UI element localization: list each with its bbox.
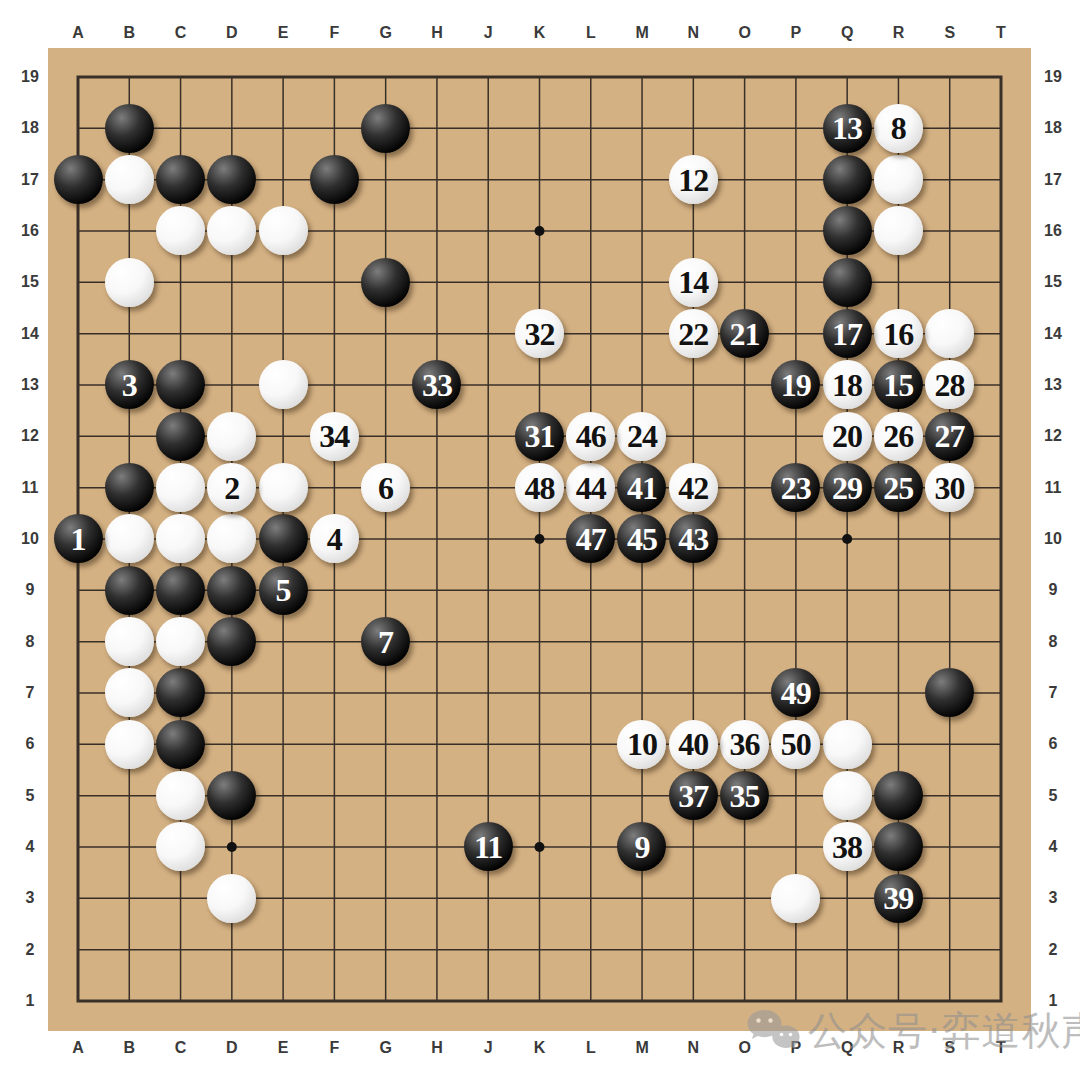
move-36-white-O6: 36	[720, 720, 769, 769]
stone-black-C12	[156, 412, 205, 461]
row-label-left-14: 14	[21, 326, 39, 342]
move-5-black-E9: 5	[259, 566, 308, 615]
cell-M11: 41	[616, 462, 667, 513]
stone-black-C7	[156, 668, 205, 717]
move-number: 13	[832, 112, 862, 144]
move-number: 24	[627, 420, 657, 452]
col-label-bottom-B: B	[123, 1040, 135, 1056]
col-label-top-H: H	[431, 25, 443, 41]
move-49-black-P7: 49	[771, 668, 820, 717]
stone-white-C16	[156, 206, 205, 255]
cell-E11	[257, 462, 308, 513]
move-40-white-N6: 40	[669, 720, 718, 769]
move-11-black-J4: 11	[464, 822, 513, 871]
row-label-right-11: 11	[1045, 480, 1062, 496]
cell-A10: 1	[52, 513, 103, 564]
stone-white-C10	[156, 514, 205, 563]
col-label-top-M: M	[635, 25, 648, 41]
cell-N6: 40	[668, 719, 719, 770]
move-number: 15	[883, 369, 913, 401]
stone-black-D9	[207, 566, 256, 615]
row-label-right-15: 15	[1044, 274, 1062, 290]
stone-white-D12	[207, 412, 256, 461]
stone-black-C17	[156, 155, 205, 204]
cell-L12: 46	[565, 411, 616, 462]
move-21-black-O14: 21	[720, 309, 769, 358]
cell-G15	[360, 257, 411, 308]
move-number: 11	[474, 831, 502, 863]
move-number: 37	[678, 780, 708, 812]
move-number: 41	[627, 472, 657, 504]
move-number: 43	[678, 523, 708, 555]
move-4-white-F10: 4	[310, 514, 359, 563]
stone-black-C13	[156, 360, 205, 409]
col-label-top-K: K	[534, 25, 546, 41]
cell-C16	[155, 205, 206, 256]
stone-white-C5	[156, 771, 205, 820]
cell-C11	[155, 462, 206, 513]
move-20-white-Q12: 20	[823, 412, 872, 461]
cell-Q17	[821, 154, 872, 205]
col-label-bottom-H: H	[431, 1040, 443, 1056]
stone-white-B6	[105, 720, 154, 769]
row-label-right-6: 6	[1049, 736, 1058, 752]
cell-R17	[873, 154, 924, 205]
move-number: 18	[832, 369, 862, 401]
move-number: 5	[276, 574, 291, 606]
col-label-bottom-L: L	[586, 1040, 596, 1056]
cell-G8: 7	[360, 616, 411, 667]
stone-black-D8	[207, 617, 256, 666]
stone-white-B15	[105, 258, 154, 307]
move-number: 32	[524, 318, 554, 350]
cell-P11: 23	[770, 462, 821, 513]
col-label-top-D: D	[226, 25, 238, 41]
cell-B6	[104, 719, 155, 770]
row-label-left-18: 18	[21, 120, 39, 136]
move-number: 49	[781, 677, 811, 709]
cell-N11: 42	[668, 462, 719, 513]
cell-N17: 12	[668, 154, 719, 205]
cell-Q5	[821, 770, 872, 821]
move-number: 40	[678, 728, 708, 760]
row-label-left-13: 13	[21, 377, 39, 393]
cell-R14: 16	[873, 308, 924, 359]
cell-R11: 25	[873, 462, 924, 513]
cell-L10: 47	[565, 513, 616, 564]
cell-D12	[206, 411, 257, 462]
move-1-black-A10: 1	[54, 514, 103, 563]
move-number: 30	[935, 472, 965, 504]
row-label-right-7: 7	[1049, 685, 1058, 701]
col-label-top-T: T	[996, 25, 1006, 41]
col-label-bottom-J: J	[484, 1040, 493, 1056]
row-label-right-10: 10	[1044, 531, 1062, 547]
move-number: 42	[678, 472, 708, 504]
col-label-bottom-A: A	[72, 1040, 84, 1056]
stone-white-R17	[874, 155, 923, 204]
stone-black-B18	[105, 104, 154, 153]
cell-B17	[104, 154, 155, 205]
row-label-left-5: 5	[26, 788, 35, 804]
row-label-left-15: 15	[21, 274, 39, 290]
stone-white-S14	[925, 309, 974, 358]
move-19-black-P13: 19	[771, 360, 820, 409]
stone-black-C6	[156, 720, 205, 769]
move-14-white-N15: 14	[669, 258, 718, 307]
move-number: 2	[224, 472, 239, 504]
cell-E13	[257, 359, 308, 410]
row-label-left-2: 2	[26, 942, 35, 958]
cell-Q4: 38	[821, 821, 872, 872]
cell-B9	[104, 565, 155, 616]
cell-R4	[873, 821, 924, 872]
cell-C4	[155, 821, 206, 872]
move-41-black-M11: 41	[617, 463, 666, 512]
cell-E16	[257, 205, 308, 256]
cell-P13: 19	[770, 359, 821, 410]
move-38-white-Q4: 38	[823, 822, 872, 871]
cell-C5	[155, 770, 206, 821]
col-label-top-A: A	[72, 25, 84, 41]
cell-C9	[155, 565, 206, 616]
watermark: 公众号·弈道秋声	[746, 998, 1080, 1064]
cell-O6: 36	[719, 719, 770, 770]
move-number: 48	[524, 472, 554, 504]
row-label-left-8: 8	[26, 634, 35, 650]
stone-layer: 1234567891011121314151617181920212223242…	[52, 51, 1026, 1026]
stone-black-G18	[361, 104, 410, 153]
cell-C17	[155, 154, 206, 205]
move-number: 39	[883, 882, 913, 914]
stone-black-S7	[925, 668, 974, 717]
stone-white-E11	[259, 463, 308, 512]
stone-black-F17	[310, 155, 359, 204]
stone-black-B9	[105, 566, 154, 615]
move-number: 29	[832, 472, 862, 504]
row-label-right-14: 14	[1044, 326, 1062, 342]
move-43-black-N10: 43	[669, 514, 718, 563]
stone-black-E10	[259, 514, 308, 563]
col-label-bottom-F: F	[329, 1040, 339, 1056]
cell-K12: 31	[514, 411, 565, 462]
cell-B18	[104, 103, 155, 154]
cell-C7	[155, 667, 206, 718]
cell-Q6	[821, 719, 872, 770]
move-25-black-R11: 25	[874, 463, 923, 512]
stone-white-C8	[156, 617, 205, 666]
cell-M4: 9	[616, 821, 667, 872]
cell-D3	[206, 873, 257, 924]
col-label-bottom-N: N	[688, 1040, 700, 1056]
move-number: 22	[678, 318, 708, 350]
move-number: 45	[627, 523, 657, 555]
cell-R16	[873, 205, 924, 256]
move-39-black-R3: 39	[874, 874, 923, 923]
stone-white-Q5	[823, 771, 872, 820]
move-31-black-K12: 31	[515, 412, 564, 461]
row-label-right-13: 13	[1044, 377, 1062, 393]
move-number: 20	[832, 420, 862, 452]
cell-R18: 8	[873, 103, 924, 154]
cell-Q13: 18	[821, 359, 872, 410]
cell-O5: 35	[719, 770, 770, 821]
cell-O14: 21	[719, 308, 770, 359]
row-label-left-17: 17	[21, 172, 39, 188]
cell-M12: 24	[616, 411, 667, 462]
row-label-left-12: 12	[21, 428, 39, 444]
row-label-left-4: 4	[26, 839, 35, 855]
stone-black-D5	[207, 771, 256, 820]
move-28-white-S13: 28	[925, 360, 974, 409]
cell-P6: 50	[770, 719, 821, 770]
move-number: 17	[832, 318, 862, 350]
move-16-white-R14: 16	[874, 309, 923, 358]
move-number: 46	[576, 420, 606, 452]
stone-black-R4	[874, 822, 923, 871]
stone-white-C4	[156, 822, 205, 871]
col-label-top-Q: Q	[841, 25, 853, 41]
move-number: 38	[832, 831, 862, 863]
cell-Q14: 17	[821, 308, 872, 359]
move-30-white-S11: 30	[925, 463, 974, 512]
cell-E10	[257, 513, 308, 564]
cell-D5	[206, 770, 257, 821]
col-label-bottom-C: C	[175, 1040, 187, 1056]
col-label-bottom-E: E	[278, 1040, 289, 1056]
cell-R12: 26	[873, 411, 924, 462]
move-46-white-L12: 46	[566, 412, 615, 461]
move-29-black-Q11: 29	[823, 463, 872, 512]
cell-F10: 4	[309, 513, 360, 564]
move-15-black-R13: 15	[874, 360, 923, 409]
row-label-right-19: 19	[1044, 69, 1062, 85]
cell-P7: 49	[770, 667, 821, 718]
move-number: 33	[422, 369, 452, 401]
col-label-top-N: N	[688, 25, 700, 41]
cell-B15	[104, 257, 155, 308]
cell-Q18: 13	[821, 103, 872, 154]
move-3-black-B13: 3	[105, 360, 154, 409]
move-number: 8	[891, 112, 906, 144]
cell-D17	[206, 154, 257, 205]
move-number: 47	[576, 523, 606, 555]
move-35-black-O5: 35	[720, 771, 769, 820]
move-number: 10	[627, 728, 657, 760]
move-number: 6	[378, 472, 393, 504]
cell-N5: 37	[668, 770, 719, 821]
move-47-black-L10: 47	[566, 514, 615, 563]
stone-white-R16	[874, 206, 923, 255]
page: 1234567891011121314151617181920212223242…	[0, 0, 1080, 1080]
move-2-white-D11: 2	[207, 463, 256, 512]
cell-S11: 30	[924, 462, 975, 513]
row-label-right-12: 12	[1044, 428, 1062, 444]
cell-G18	[360, 103, 411, 154]
row-label-right-18: 18	[1044, 120, 1062, 136]
move-23-black-P11: 23	[771, 463, 820, 512]
stone-white-E13	[259, 360, 308, 409]
stone-white-B17	[105, 155, 154, 204]
watermark-text: 公众号·弈道秋声	[808, 1004, 1080, 1058]
move-7-black-G8: 7	[361, 617, 410, 666]
row-label-right-2: 2	[1049, 942, 1058, 958]
move-6-white-G11: 6	[361, 463, 410, 512]
stone-white-D3	[207, 874, 256, 923]
move-48-white-K11: 48	[515, 463, 564, 512]
cell-J4: 11	[463, 821, 514, 872]
cell-R3: 39	[873, 873, 924, 924]
col-label-top-J: J	[484, 25, 493, 41]
row-label-left-10: 10	[21, 531, 39, 547]
cell-C8	[155, 616, 206, 667]
cell-A17	[52, 154, 103, 205]
move-number: 14	[678, 266, 708, 298]
move-12-white-N17: 12	[669, 155, 718, 204]
stone-white-D16	[207, 206, 256, 255]
row-label-right-9: 9	[1049, 582, 1058, 598]
move-number: 31	[524, 420, 554, 452]
stone-black-Q16	[823, 206, 872, 255]
move-number: 21	[729, 318, 759, 350]
col-label-top-G: G	[379, 25, 391, 41]
move-37-black-N5: 37	[669, 771, 718, 820]
row-label-right-3: 3	[1049, 890, 1058, 906]
stone-white-B10	[105, 514, 154, 563]
cell-C13	[155, 359, 206, 410]
move-number: 27	[935, 420, 965, 452]
cell-R13: 15	[873, 359, 924, 410]
cell-B11	[104, 462, 155, 513]
stone-black-B11	[105, 463, 154, 512]
stone-black-A17	[54, 155, 103, 204]
cell-D8	[206, 616, 257, 667]
row-label-left-1: 1	[26, 993, 35, 1009]
move-number: 26	[883, 420, 913, 452]
cell-G11: 6	[360, 462, 411, 513]
col-label-bottom-D: D	[226, 1040, 238, 1056]
move-number: 36	[729, 728, 759, 760]
move-number: 7	[378, 626, 393, 658]
col-label-top-B: B	[123, 25, 135, 41]
row-label-left-9: 9	[26, 582, 35, 598]
move-number: 34	[319, 420, 349, 452]
cell-K11: 48	[514, 462, 565, 513]
col-label-top-F: F	[329, 25, 339, 41]
col-label-bottom-K: K	[534, 1040, 546, 1056]
col-label-bottom-G: G	[379, 1040, 391, 1056]
move-32-white-K14: 32	[515, 309, 564, 358]
col-label-top-P: P	[791, 25, 802, 41]
cell-N14: 22	[668, 308, 719, 359]
stone-black-D17	[207, 155, 256, 204]
row-label-left-16: 16	[21, 223, 39, 239]
cell-B7	[104, 667, 155, 718]
cell-Q12: 20	[821, 411, 872, 462]
col-label-top-O: O	[738, 25, 750, 41]
col-label-top-S: S	[944, 25, 955, 41]
row-label-right-8: 8	[1049, 634, 1058, 650]
cell-M10: 45	[616, 513, 667, 564]
move-number: 4	[327, 523, 342, 555]
col-label-top-C: C	[175, 25, 187, 41]
row-label-left-19: 19	[21, 69, 39, 85]
cell-F12: 34	[309, 411, 360, 462]
move-number: 25	[883, 472, 913, 504]
stone-black-C9	[156, 566, 205, 615]
move-number: 35	[729, 780, 759, 812]
cell-C12	[155, 411, 206, 462]
cell-H13: 33	[411, 359, 462, 410]
move-44-white-L11: 44	[566, 463, 615, 512]
row-label-right-5: 5	[1049, 788, 1058, 804]
cell-C6	[155, 719, 206, 770]
row-label-left-3: 3	[26, 890, 35, 906]
move-number: 44	[576, 472, 606, 504]
col-label-bottom-M: M	[635, 1040, 648, 1056]
col-label-top-E: E	[278, 25, 289, 41]
stone-white-P3	[771, 874, 820, 923]
cell-F17	[309, 154, 360, 205]
col-label-top-L: L	[586, 25, 596, 41]
move-17-black-Q14: 17	[823, 309, 872, 358]
cell-S13: 28	[924, 359, 975, 410]
cell-C10	[155, 513, 206, 564]
cell-N10: 43	[668, 513, 719, 564]
stone-white-B8	[105, 617, 154, 666]
move-number: 9	[634, 831, 649, 863]
cell-D9	[206, 565, 257, 616]
row-label-left-11: 11	[22, 480, 39, 496]
stone-white-E16	[259, 206, 308, 255]
row-label-left-6: 6	[26, 736, 35, 752]
stone-black-R5	[874, 771, 923, 820]
stone-black-Q15	[823, 258, 872, 307]
cell-P3	[770, 873, 821, 924]
cell-S12: 27	[924, 411, 975, 462]
move-number: 1	[71, 523, 86, 555]
move-number: 12	[678, 164, 708, 196]
move-26-white-R12: 26	[874, 412, 923, 461]
cell-E9: 5	[257, 565, 308, 616]
move-number: 19	[781, 369, 811, 401]
stone-black-G15	[361, 258, 410, 307]
stone-white-Q6	[823, 720, 872, 769]
cell-D16	[206, 205, 257, 256]
cell-M6: 10	[616, 719, 667, 770]
cell-Q11: 29	[821, 462, 872, 513]
move-45-black-M10: 45	[617, 514, 666, 563]
move-9-black-M4: 9	[617, 822, 666, 871]
cell-Q15	[821, 257, 872, 308]
move-42-white-N11: 42	[669, 463, 718, 512]
cell-S14	[924, 308, 975, 359]
stone-black-Q17	[823, 155, 872, 204]
move-8-white-R18: 8	[874, 104, 923, 153]
move-34-white-F12: 34	[310, 412, 359, 461]
stone-white-C11	[156, 463, 205, 512]
move-24-white-M12: 24	[617, 412, 666, 461]
move-27-black-S12: 27	[925, 412, 974, 461]
move-13-black-Q18: 13	[823, 104, 872, 153]
cell-B13: 3	[104, 359, 155, 410]
cell-D10	[206, 513, 257, 564]
move-18-white-Q13: 18	[823, 360, 872, 409]
cell-Q16	[821, 205, 872, 256]
cell-D11: 2	[206, 462, 257, 513]
cell-K14: 32	[514, 308, 565, 359]
move-50-white-P6: 50	[771, 720, 820, 769]
